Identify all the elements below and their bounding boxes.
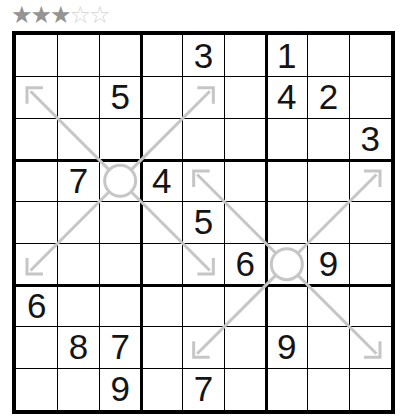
cell-r9c6[interactable] bbox=[224, 368, 266, 410]
sudoku-cell-grid: 31542374569687997 bbox=[16, 35, 391, 410]
cell-r7c6[interactable] bbox=[224, 285, 266, 327]
cell-r6c8[interactable]: 9 bbox=[308, 243, 350, 285]
cell-r2c2[interactable] bbox=[58, 77, 100, 119]
cell-r1c8[interactable] bbox=[308, 35, 350, 77]
cell-r5c6[interactable] bbox=[224, 202, 266, 244]
cell-r8c6[interactable] bbox=[224, 327, 266, 369]
sudoku-board: 31542374569687997 bbox=[12, 31, 395, 414]
cell-r3c3[interactable] bbox=[99, 118, 141, 160]
cell-r8c3[interactable]: 7 bbox=[99, 327, 141, 369]
cell-r2c4[interactable] bbox=[141, 77, 183, 119]
cell-r4c7[interactable] bbox=[266, 160, 308, 202]
cell-r8c1[interactable] bbox=[16, 327, 58, 369]
star-empty-icons: ☆☆ bbox=[70, 1, 109, 29]
cell-r6c7[interactable] bbox=[266, 243, 308, 285]
cell-r1c1[interactable] bbox=[16, 35, 58, 77]
cell-r5c4[interactable] bbox=[141, 202, 183, 244]
cell-r4c2[interactable]: 7 bbox=[58, 160, 100, 202]
puzzle-page: ★★★☆☆ 31542374569687997 bbox=[0, 0, 401, 419]
cell-r5c2[interactable] bbox=[58, 202, 100, 244]
cell-r6c9[interactable] bbox=[349, 243, 391, 285]
cell-r9c8[interactable] bbox=[308, 368, 350, 410]
cell-r8c4[interactable] bbox=[141, 327, 183, 369]
cell-r9c1[interactable] bbox=[16, 368, 58, 410]
cell-r2c1[interactable] bbox=[16, 77, 58, 119]
cell-r4c4[interactable]: 4 bbox=[141, 160, 183, 202]
cell-r6c5[interactable] bbox=[183, 243, 225, 285]
cell-r3c8[interactable] bbox=[308, 118, 350, 160]
cell-r1c4[interactable] bbox=[141, 35, 183, 77]
cell-r6c6[interactable]: 6 bbox=[224, 243, 266, 285]
cell-r3c1[interactable] bbox=[16, 118, 58, 160]
cell-r9c5[interactable]: 7 bbox=[183, 368, 225, 410]
cell-r7c2[interactable] bbox=[58, 285, 100, 327]
cell-r8c2[interactable]: 8 bbox=[58, 327, 100, 369]
cell-r6c2[interactable] bbox=[58, 243, 100, 285]
cell-r9c4[interactable] bbox=[141, 368, 183, 410]
cell-r6c3[interactable] bbox=[99, 243, 141, 285]
cell-r9c7[interactable] bbox=[266, 368, 308, 410]
cell-r2c7[interactable]: 4 bbox=[266, 77, 308, 119]
cell-r7c7[interactable] bbox=[266, 285, 308, 327]
cell-r5c5[interactable]: 5 bbox=[183, 202, 225, 244]
cell-r1c9[interactable] bbox=[349, 35, 391, 77]
cell-r2c6[interactable] bbox=[224, 77, 266, 119]
cell-r9c2[interactable] bbox=[58, 368, 100, 410]
cell-r6c4[interactable] bbox=[141, 243, 183, 285]
cell-r2c3[interactable]: 5 bbox=[99, 77, 141, 119]
cell-r4c9[interactable] bbox=[349, 160, 391, 202]
cell-r2c8[interactable]: 2 bbox=[308, 77, 350, 119]
cell-r1c7[interactable]: 1 bbox=[266, 35, 308, 77]
cell-r3c4[interactable] bbox=[141, 118, 183, 160]
cell-r8c5[interactable] bbox=[183, 327, 225, 369]
cell-r3c5[interactable] bbox=[183, 118, 225, 160]
cell-r6c1[interactable] bbox=[16, 243, 58, 285]
cell-r9c9[interactable] bbox=[349, 368, 391, 410]
cell-r2c5[interactable] bbox=[183, 77, 225, 119]
cell-r7c4[interactable] bbox=[141, 285, 183, 327]
cell-r5c7[interactable] bbox=[266, 202, 308, 244]
cell-r8c8[interactable] bbox=[308, 327, 350, 369]
cell-r4c3[interactable] bbox=[99, 160, 141, 202]
star-filled-icons: ★★★ bbox=[11, 1, 70, 29]
cell-r8c7[interactable]: 9 bbox=[266, 327, 308, 369]
cell-r3c2[interactable] bbox=[58, 118, 100, 160]
cell-r4c1[interactable] bbox=[16, 160, 58, 202]
cell-r7c1[interactable]: 6 bbox=[16, 285, 58, 327]
cell-r1c2[interactable] bbox=[58, 35, 100, 77]
cell-r4c8[interactable] bbox=[308, 160, 350, 202]
cell-r1c3[interactable] bbox=[99, 35, 141, 77]
cell-r2c9[interactable] bbox=[349, 77, 391, 119]
cell-r7c5[interactable] bbox=[183, 285, 225, 327]
cell-r3c7[interactable] bbox=[266, 118, 308, 160]
cell-r9c3[interactable]: 9 bbox=[99, 368, 141, 410]
cell-r7c9[interactable] bbox=[349, 285, 391, 327]
difficulty-rating: ★★★☆☆ bbox=[11, 0, 109, 30]
cell-r5c8[interactable] bbox=[308, 202, 350, 244]
cell-r5c1[interactable] bbox=[16, 202, 58, 244]
cell-r7c8[interactable] bbox=[308, 285, 350, 327]
cell-r5c9[interactable] bbox=[349, 202, 391, 244]
cell-r8c9[interactable] bbox=[349, 327, 391, 369]
cell-r3c9[interactable]: 3 bbox=[349, 118, 391, 160]
cell-r4c6[interactable] bbox=[224, 160, 266, 202]
cell-r3c6[interactable] bbox=[224, 118, 266, 160]
cell-r4c5[interactable] bbox=[183, 160, 225, 202]
cell-r5c3[interactable] bbox=[99, 202, 141, 244]
cell-r1c5[interactable]: 3 bbox=[183, 35, 225, 77]
cell-r1c6[interactable] bbox=[224, 35, 266, 77]
cell-r7c3[interactable] bbox=[99, 285, 141, 327]
